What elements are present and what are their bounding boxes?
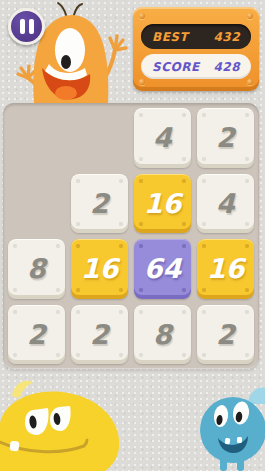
cell-r2-c0: 8 [8, 239, 65, 299]
cell-r0-c0 [8, 108, 65, 168]
game-screen: BEST 432 SCORE 428 4 2 2 16 4 8 16 64 16… [0, 0, 265, 471]
rivet [139, 79, 145, 85]
cell-r1-c1: 2 [71, 174, 128, 234]
cell-r1-c2: 16 [134, 174, 191, 234]
pause-icon [29, 19, 34, 34]
game-board[interactable]: 4 2 2 16 4 8 16 64 16 2 2 8 2 [3, 103, 259, 369]
cell-r1-c0 [8, 174, 65, 234]
rivet [247, 13, 253, 19]
score-panel: BEST 432 SCORE 428 [133, 7, 259, 91]
rivet [247, 79, 253, 85]
best-score-row: BEST 432 [141, 24, 251, 49]
cell-r3-c3: 2 [197, 305, 254, 365]
cell-r0-c2: 4 [134, 108, 191, 168]
pause-button[interactable] [8, 8, 45, 45]
pause-icon [20, 19, 25, 34]
cell-r1-c3: 4 [197, 174, 254, 234]
yellow-monster [0, 378, 135, 471]
score-label: SCORE [152, 60, 200, 74]
cell-r0-c1 [71, 108, 128, 168]
best-value: 432 [213, 30, 240, 44]
best-label: BEST [152, 30, 188, 44]
cell-r2-c2: 64 [134, 239, 191, 299]
cell-r2-c3: 16 [197, 239, 254, 299]
cell-r3-c1: 2 [71, 305, 128, 365]
cell-r0-c3: 2 [197, 108, 254, 168]
blue-monster [193, 386, 265, 471]
score-value: 428 [213, 60, 240, 74]
cell-r3-c0: 2 [8, 305, 65, 365]
rivet [139, 13, 145, 19]
cell-r2-c1: 16 [71, 239, 128, 299]
cell-r3-c2: 8 [134, 305, 191, 365]
current-score-row: SCORE 428 [141, 54, 251, 79]
